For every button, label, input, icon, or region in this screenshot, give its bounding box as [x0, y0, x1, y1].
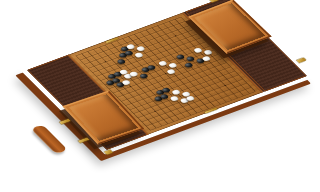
brass-hook-right-icon — [296, 57, 308, 63]
go-case — [19, 0, 315, 155]
brass-latch-bottom-icon — [103, 149, 114, 155]
handle-mount-upper-icon — [58, 118, 71, 125]
product-photo-scene — [0, 0, 320, 192]
case-interior — [27, 0, 306, 150]
handle-mount-lower-icon — [77, 137, 90, 144]
carry-handle — [31, 124, 68, 154]
